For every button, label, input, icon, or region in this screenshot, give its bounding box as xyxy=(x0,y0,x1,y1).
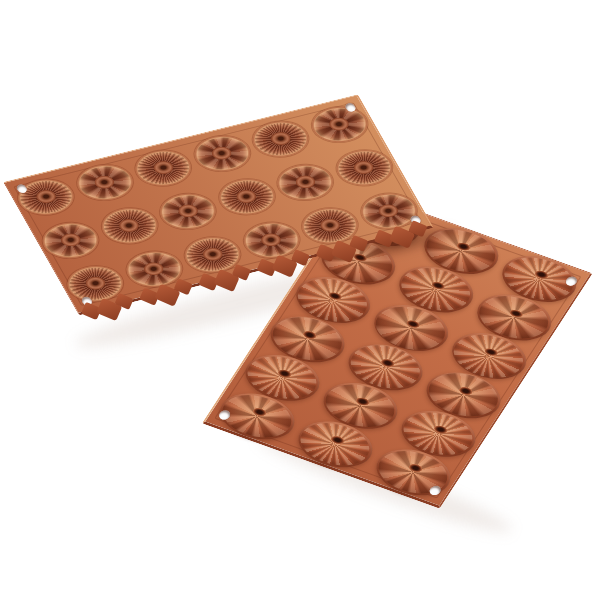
bundt-center-hole xyxy=(378,356,399,370)
bundt-center-hole xyxy=(274,367,295,381)
bundt-center-hole xyxy=(325,289,346,303)
bundt-center-hole xyxy=(453,240,474,254)
bundt-center-hole xyxy=(430,423,451,437)
bundt-center-hole xyxy=(405,461,426,475)
cavity-center-cone xyxy=(55,230,85,250)
bundt-center-hole xyxy=(531,268,552,282)
cavity-center-cone xyxy=(148,158,178,178)
cavity-center-cone xyxy=(89,172,119,192)
cavity-center-cone xyxy=(207,143,237,163)
cavity-center-cone xyxy=(290,172,320,192)
cavity-center-cone xyxy=(373,201,403,221)
cavity-center-cone xyxy=(265,129,295,149)
cavity-center-cone xyxy=(31,187,61,207)
cavity-center-cone xyxy=(173,201,203,221)
cavity-center-cone xyxy=(197,244,227,264)
bundt-center-hole xyxy=(456,384,477,398)
cavity-center-cone xyxy=(315,215,345,235)
bundt-center-hole xyxy=(300,328,321,342)
cavity-center-cone xyxy=(324,114,354,134)
cavity-center-cone xyxy=(231,187,261,207)
bundt-center-hole xyxy=(327,433,348,447)
cavity-center-cone xyxy=(139,259,169,279)
bundt-center-hole xyxy=(428,279,449,293)
bundt-center-hole xyxy=(481,345,502,359)
bundt-center-hole xyxy=(506,307,527,321)
bundt-center-hole xyxy=(249,405,270,419)
cavity-center-cone xyxy=(349,158,379,178)
bundt-center-hole xyxy=(403,317,424,331)
cavity-center-cone xyxy=(80,273,110,293)
scene xyxy=(0,0,600,600)
cavity-center-cone xyxy=(114,216,144,236)
cavity-center-cone xyxy=(256,230,286,250)
bundt-center-hole xyxy=(352,395,373,409)
